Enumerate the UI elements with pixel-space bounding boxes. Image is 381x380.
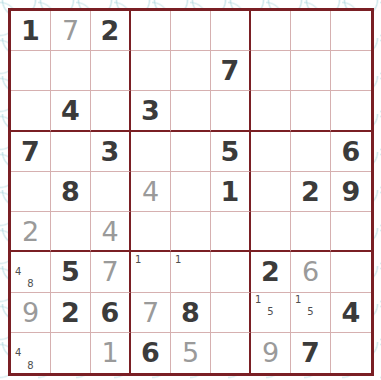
given-digit: 6 <box>342 138 361 165</box>
cell-r6c9[interactable] <box>331 212 371 252</box>
cell-r3c2[interactable]: 4 <box>51 91 91 131</box>
cell-r4c1[interactable]: 7 <box>11 132 51 172</box>
cell-r7c2[interactable]: 5 <box>51 252 91 292</box>
entered-digit: 9 <box>262 339 279 366</box>
given-digit: 2 <box>61 299 80 326</box>
cell-r5c8[interactable]: 2 <box>291 172 331 212</box>
cell-r5c9[interactable]: 9 <box>331 172 371 212</box>
pencil-empty-slot <box>157 278 169 290</box>
pencil-marks: 48 <box>12 334 49 372</box>
pencil-empty-slot <box>317 306 329 318</box>
given-digit: 6 <box>141 339 160 366</box>
given-digit: 4 <box>61 97 80 124</box>
cell-r6c7[interactable] <box>251 212 291 252</box>
pencil-empty-slot <box>184 278 196 290</box>
cell-r5c1[interactable] <box>11 172 51 212</box>
pencil-empty-slot <box>317 294 329 306</box>
pencil-empty-slot <box>264 318 276 330</box>
page-background: { "game": "sudoku", "position": { "all_d… <box>0 0 381 380</box>
cell-r8c4[interactable]: 7 <box>131 293 171 333</box>
given-digit: 7 <box>221 57 240 84</box>
pencil-empty-slot <box>24 347 36 360</box>
cell-r4c7[interactable] <box>251 132 291 172</box>
cell-r5c4[interactable]: 4 <box>131 172 171 212</box>
cell-r7c6[interactable] <box>211 252 251 292</box>
cell-r3c1[interactable] <box>11 91 51 131</box>
cell-r1c2[interactable]: 7 <box>51 11 91 51</box>
cell-r8c2[interactable]: 2 <box>51 293 91 333</box>
cell-r1c6[interactable] <box>211 11 251 51</box>
pencil-empty-slot <box>12 253 24 265</box>
cell-r1c7[interactable] <box>251 11 291 51</box>
pencil-empty-slot <box>12 359 24 372</box>
given-digit: 5 <box>221 138 240 165</box>
cell-r9c5[interactable]: 5 <box>171 333 211 373</box>
cell-r2c7[interactable] <box>251 51 291 91</box>
pencil-empty-slot <box>157 253 169 265</box>
pencil-empty-slot <box>197 266 209 278</box>
cell-r3c7[interactable] <box>251 91 291 131</box>
cell-r2c1[interactable] <box>11 51 51 91</box>
pencil-digit: 8 <box>24 278 36 290</box>
pencil-empty-slot <box>317 318 329 330</box>
pencil-empty-slot <box>292 306 304 318</box>
cell-r9c4[interactable]: 6 <box>131 333 171 373</box>
pencil-digit: 1 <box>132 253 144 265</box>
cell-r3c9[interactable] <box>331 91 371 131</box>
cell-r6c6[interactable] <box>211 212 251 252</box>
entered-digit: 7 <box>101 258 118 285</box>
cell-r2c8[interactable] <box>291 51 331 91</box>
cell-r1c8[interactable] <box>291 11 331 51</box>
cell-r8c3[interactable]: 6 <box>91 293 131 333</box>
cell-r1c4[interactable] <box>131 11 171 51</box>
given-digit: 8 <box>181 299 200 326</box>
cell-r5c2[interactable]: 8 <box>51 172 91 212</box>
cell-r7c8[interactable]: 6 <box>291 252 331 292</box>
pencil-empty-slot <box>144 278 156 290</box>
given-digit: 9 <box>342 178 361 205</box>
pencil-digit: 5 <box>304 306 316 318</box>
given-digit: 7 <box>21 138 40 165</box>
pencil-digit: 1 <box>292 294 304 306</box>
pencil-empty-slot <box>144 253 156 265</box>
cell-r6c3[interactable]: 4 <box>91 212 131 252</box>
pencil-empty-slot <box>264 294 276 306</box>
cell-r5c5[interactable] <box>171 172 211 212</box>
entered-digit: 9 <box>22 299 39 326</box>
cell-r6c8[interactable] <box>291 212 331 252</box>
cell-r8c5[interactable]: 8 <box>171 293 211 333</box>
cell-r6c5[interactable] <box>171 212 211 252</box>
pencil-empty-slot <box>12 334 24 347</box>
given-digit: 2 <box>101 17 120 44</box>
pencil-digit: 1 <box>172 253 184 265</box>
cell-r2c4[interactable] <box>131 51 171 91</box>
pencil-marks: 1 <box>132 253 169 290</box>
cell-r1c3[interactable]: 2 <box>91 11 131 51</box>
given-digit: 1 <box>221 178 240 205</box>
pencil-empty-slot <box>12 278 24 290</box>
pencil-empty-slot <box>197 278 209 290</box>
pencil-digit: 8 <box>24 359 36 372</box>
cell-r9c1[interactable]: 48 <box>11 333 51 373</box>
cell-r5c3[interactable] <box>91 172 131 212</box>
pencil-marks: 1 <box>172 253 209 290</box>
pencil-marks: 15 <box>252 294 289 331</box>
pencil-empty-slot <box>277 318 289 330</box>
cell-r1c5[interactable] <box>171 11 211 51</box>
pencil-empty-slot <box>24 334 36 347</box>
pencil-empty-slot <box>37 334 49 347</box>
cell-r3c6[interactable] <box>211 91 251 131</box>
cell-r4c3[interactable]: 3 <box>91 132 131 172</box>
given-digit: 2 <box>261 258 280 285</box>
cell-r3c8[interactable] <box>291 91 331 131</box>
pencil-empty-slot <box>132 278 144 290</box>
entered-digit: 7 <box>142 299 159 326</box>
cell-r7c5[interactable]: 1 <box>171 252 211 292</box>
cell-r1c9[interactable] <box>331 11 371 51</box>
cell-r4c2[interactable] <box>51 132 91 172</box>
cell-r9c7[interactable]: 9 <box>251 333 291 373</box>
pencil-empty-slot <box>277 306 289 318</box>
cell-r8c1[interactable]: 9 <box>11 293 51 333</box>
pencil-digit: 1 <box>252 294 264 306</box>
cell-r6c1[interactable]: 2 <box>11 212 51 252</box>
cell-r2c9[interactable] <box>331 51 371 91</box>
pencil-empty-slot <box>277 294 289 306</box>
given-digit: 5 <box>61 258 80 285</box>
cell-r9c2[interactable] <box>51 333 91 373</box>
cell-r2c3[interactable] <box>91 51 131 91</box>
entered-digit: 4 <box>101 218 118 245</box>
pencil-empty-slot <box>24 266 36 278</box>
cell-r6c4[interactable] <box>131 212 171 252</box>
pencil-empty-slot <box>172 266 184 278</box>
pencil-digit: 5 <box>264 306 276 318</box>
given-digit: 6 <box>101 299 120 326</box>
given-digit: 2 <box>301 178 320 205</box>
pencil-empty-slot <box>184 253 196 265</box>
given-digit: 1 <box>21 17 40 44</box>
pencil-empty-slot <box>37 266 49 278</box>
entered-digit: 1 <box>101 339 118 366</box>
pencil-empty-slot <box>252 306 264 318</box>
pencil-empty-slot <box>197 253 209 265</box>
cell-r8c7[interactable]: 15 <box>251 293 291 333</box>
cell-r6c2[interactable] <box>51 212 91 252</box>
given-digit: 7 <box>301 339 320 366</box>
pencil-empty-slot <box>37 278 49 290</box>
pencil-empty-slot <box>144 266 156 278</box>
pencil-empty-slot <box>37 347 49 360</box>
pencil-empty-slot <box>184 266 196 278</box>
pencil-marks: 15 <box>292 294 329 331</box>
cell-r9c6[interactable] <box>211 333 251 373</box>
cell-r4c4[interactable] <box>131 132 171 172</box>
cell-r5c7[interactable] <box>251 172 291 212</box>
cell-r4c6[interactable]: 5 <box>211 132 251 172</box>
cell-r2c5[interactable] <box>171 51 211 91</box>
cell-r4c5[interactable] <box>171 132 211 172</box>
pencil-empty-slot <box>157 266 169 278</box>
pencil-empty-slot <box>304 318 316 330</box>
pencil-empty-slot <box>24 253 36 265</box>
given-digit: 8 <box>61 178 80 205</box>
cell-r3c3[interactable] <box>91 91 131 131</box>
given-digit: 3 <box>101 138 120 165</box>
entered-digit: 7 <box>62 17 79 44</box>
cell-r7c9[interactable] <box>331 252 371 292</box>
cell-r9c3[interactable]: 1 <box>91 333 131 373</box>
entered-digit: 4 <box>142 178 159 205</box>
cell-r5c6[interactable]: 1 <box>211 172 251 212</box>
cell-r7c1[interactable]: 48 <box>11 252 51 292</box>
cell-r9c8[interactable]: 7 <box>291 333 331 373</box>
pencil-empty-slot <box>252 318 264 330</box>
cell-r2c2[interactable] <box>51 51 91 91</box>
cell-r4c8[interactable] <box>291 132 331 172</box>
cell-r8c9[interactable]: 4 <box>331 293 371 333</box>
pencil-digit: 4 <box>12 266 24 278</box>
cell-r4c9[interactable]: 6 <box>331 132 371 172</box>
pencil-empty-slot <box>172 278 184 290</box>
given-digit: 4 <box>342 299 361 326</box>
cell-r3c4[interactable]: 3 <box>131 91 171 131</box>
sudoku-board: 1727437356841292448571126926781515448165… <box>8 8 374 376</box>
cell-r7c4[interactable]: 1 <box>131 252 171 292</box>
cell-r7c7[interactable]: 2 <box>251 252 291 292</box>
given-digit: 3 <box>141 97 160 124</box>
entered-digit: 6 <box>302 258 319 285</box>
cell-r1c1[interactable]: 1 <box>11 11 51 51</box>
pencil-empty-slot <box>37 253 49 265</box>
pencil-empty-slot <box>292 318 304 330</box>
pencil-empty-slot <box>37 359 49 372</box>
entered-digit: 5 <box>182 339 199 366</box>
pencil-empty-slot <box>304 294 316 306</box>
cell-r7c3[interactable]: 7 <box>91 252 131 292</box>
cell-r8c6[interactable] <box>211 293 251 333</box>
cell-r9c9[interactable] <box>331 333 371 373</box>
cell-r3c5[interactable] <box>171 91 211 131</box>
pencil-marks: 48 <box>12 253 49 290</box>
cell-r2c6[interactable]: 7 <box>211 51 251 91</box>
pencil-empty-slot <box>132 266 144 278</box>
pencil-digit: 4 <box>12 347 24 360</box>
entered-digit: 2 <box>22 218 39 245</box>
cell-r8c8[interactable]: 15 <box>291 293 331 333</box>
